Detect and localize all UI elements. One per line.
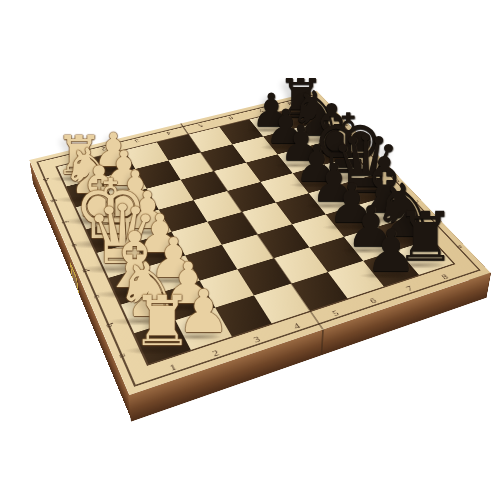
rank-label-8: 8 bbox=[287, 101, 294, 106]
file-label-f: f bbox=[356, 141, 365, 145]
rank-label-3: 3 bbox=[134, 138, 141, 144]
product-photo-chess-set: 11hh22gg33ff44ee55dd66cc77bb88aa ♜♞♝♛♚♝♞… bbox=[0, 0, 500, 500]
rank-label-5: 5 bbox=[330, 309, 340, 318]
chess-board: 11hh22gg33ff44ee55dd66cc77bb88aa bbox=[29, 91, 490, 395]
file-label-e: e bbox=[69, 243, 80, 248]
rank-label-8: 8 bbox=[440, 273, 450, 281]
file-label-d: d bbox=[390, 179, 400, 184]
rank-label-6: 6 bbox=[228, 115, 235, 120]
rank-label-4: 4 bbox=[292, 322, 302, 331]
rank-label-1: 1 bbox=[67, 154, 74, 160]
file-label-d: d bbox=[80, 267, 91, 273]
file-label-h: h bbox=[323, 107, 332, 111]
brass-clasp bbox=[69, 260, 80, 304]
file-label-e: e bbox=[373, 160, 383, 164]
rank-label-2: 2 bbox=[211, 348, 221, 358]
rank-label-1: 1 bbox=[168, 362, 177, 372]
file-label-f: f bbox=[59, 220, 69, 224]
file-label-c: c bbox=[91, 294, 103, 300]
file-label-b: b bbox=[103, 322, 115, 329]
rank-label-6: 6 bbox=[368, 296, 378, 305]
file-label-g: g bbox=[50, 198, 60, 203]
fold-seam-front-face bbox=[321, 329, 324, 356]
file-label-g: g bbox=[338, 124, 347, 128]
rank-label-4: 4 bbox=[166, 130, 173, 135]
file-label-a: a bbox=[117, 352, 130, 359]
file-label-h: h bbox=[41, 177, 51, 182]
rank-label-5: 5 bbox=[197, 123, 204, 128]
rank-label-3: 3 bbox=[252, 335, 262, 344]
file-label-c: c bbox=[410, 200, 420, 205]
file-label-a: a bbox=[453, 245, 464, 250]
rank-label-7: 7 bbox=[404, 284, 414, 292]
rank-label-7: 7 bbox=[257, 108, 264, 113]
rank-label-2: 2 bbox=[101, 146, 108, 152]
file-label-b: b bbox=[430, 221, 441, 226]
